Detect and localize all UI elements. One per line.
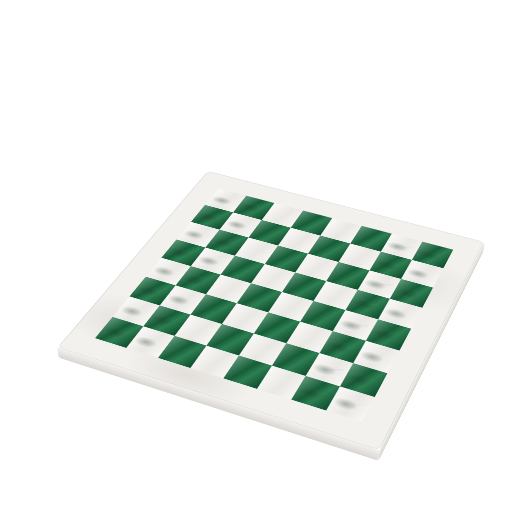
pieces-layer: ♜♞♝♛♚♝♞♜♟♟♟♟♟♟♟♟♟♟♟♟♟♟♟♟♜♞♝♛♚♝♞♜ [57,171,484,450]
product-photo-scene: ♜♞♝♛♚♝♞♜♟♟♟♟♟♟♟♟♟♟♟♟♟♟♟♟♜♞♝♛♚♝♞♜ [0,0,512,512]
piece-green-pawn-h7: ♟ [131,302,171,346]
chess-board: ♜♞♝♛♚♝♞♜♟♟♟♟♟♟♟♟♟♟♟♟♟♟♟♟♜♞♝♛♚♝♞♜ [57,171,484,450]
piece-white-rook-h1: ♜ [327,355,375,408]
